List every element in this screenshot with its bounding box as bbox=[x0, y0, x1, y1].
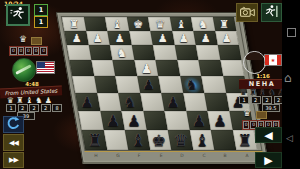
chess-piece-wR[interactable]: ♜ bbox=[219, 18, 229, 31]
count-box: 2 bbox=[29, 104, 39, 112]
previous-move-button[interactable]: ◀ bbox=[255, 127, 282, 143]
board-square[interactable] bbox=[129, 31, 153, 45]
board-square[interactable]: ♜ bbox=[62, 17, 86, 31]
board-square[interactable]: ♞ bbox=[110, 45, 134, 60]
sprint-button[interactable] bbox=[6, 4, 30, 26]
sprint-counter-yellow: 1 bbox=[34, 16, 48, 28]
chess-piece-bR[interactable]: ♜ bbox=[87, 131, 101, 150]
board-square[interactable] bbox=[177, 60, 201, 76]
chess-piece-wP[interactable]: ♟ bbox=[179, 32, 189, 45]
chess-piece-bP[interactable]: ♟ bbox=[213, 112, 226, 130]
chess-piece-bQ[interactable]: ♛ bbox=[173, 131, 187, 150]
file-labels: HGFEDCBA bbox=[85, 151, 264, 159]
left-arrow-icon: ◀ bbox=[264, 129, 272, 142]
chess-piece-wP[interactable]: ♟ bbox=[200, 32, 210, 45]
board-square[interactable]: ♝ bbox=[169, 17, 193, 31]
score-digit: 0 bbox=[25, 47, 32, 55]
count-box: 2 bbox=[251, 96, 261, 104]
board-square[interactable]: ♟ bbox=[75, 93, 100, 111]
board-square[interactable] bbox=[140, 93, 165, 111]
board-square[interactable] bbox=[91, 60, 115, 76]
chess-piece-wR[interactable]: ♜ bbox=[69, 18, 79, 31]
back-icon[interactable]: ◁ bbox=[286, 133, 293, 143]
board-square[interactable] bbox=[174, 45, 198, 60]
video-camera-icon bbox=[239, 5, 256, 21]
board-square[interactable]: ♝ bbox=[105, 17, 129, 31]
recents-icon[interactable] bbox=[287, 28, 296, 37]
score-digit: 0 bbox=[40, 47, 47, 55]
count-box: 2 bbox=[18, 104, 28, 112]
board-square[interactable]: ♜ bbox=[212, 17, 236, 31]
us-flag-icon bbox=[37, 62, 54, 73]
chess-piece-wP[interactable]: ♟ bbox=[71, 32, 81, 45]
board-square[interactable]: ♟ bbox=[64, 31, 88, 45]
sprint-counter-green: 1 bbox=[34, 4, 48, 16]
count-box: 2 bbox=[262, 96, 272, 104]
chess-piece-wB[interactable]: ♝ bbox=[176, 18, 186, 31]
chess-piece-wP[interactable]: ♟ bbox=[141, 61, 152, 76]
chess-piece-bP[interactable]: ♟ bbox=[127, 112, 140, 130]
double-right-arrow-icon: ▶▶ bbox=[9, 156, 18, 164]
chess-piece-bP[interactable]: ♟ bbox=[81, 94, 94, 110]
count-box: 1 bbox=[6, 104, 16, 112]
board-square[interactable] bbox=[201, 76, 225, 93]
board-square[interactable]: ♟ bbox=[137, 76, 161, 93]
board-square[interactable]: ♜ bbox=[232, 130, 257, 150]
next-move-button[interactable]: ▶ bbox=[255, 152, 282, 168]
chess-piece-wN[interactable]: ♞ bbox=[117, 46, 128, 60]
chess-piece-wN[interactable]: ♞ bbox=[198, 18, 208, 31]
left-score-strip: 00000 bbox=[9, 46, 48, 56]
board-square[interactable] bbox=[155, 60, 179, 76]
rewind-to-start-button[interactable]: ◀◀ bbox=[3, 134, 24, 151]
board-square[interactable] bbox=[131, 45, 155, 60]
board-square[interactable] bbox=[183, 93, 208, 111]
chess-piece-bR[interactable]: ♜ bbox=[238, 131, 252, 150]
chess-board: ♜♝♚♛♝♞♜♟♟♟♟♟♟♟♞♟♟♞♟♞♟♟♟♟♟♟♜♝♚♛♝♜ HGFEDCB… bbox=[56, 12, 256, 164]
file-label: H bbox=[85, 152, 107, 159]
board-square[interactable] bbox=[196, 45, 220, 60]
leave-game-button[interactable] bbox=[261, 3, 282, 22]
record-video-button[interactable] bbox=[236, 3, 258, 22]
runner-icon bbox=[10, 6, 26, 24]
double-left-arrow-icon: ◀◀ bbox=[9, 139, 18, 147]
board-square[interactable] bbox=[198, 60, 222, 76]
chess-piece-bP[interactable]: ♟ bbox=[143, 77, 155, 92]
file-label: F bbox=[128, 152, 150, 159]
board-square[interactable] bbox=[94, 76, 118, 93]
right-crown-icon: ♛ bbox=[243, 108, 251, 118]
file-label: B bbox=[214, 152, 236, 159]
board-square[interactable]: ♞ bbox=[118, 93, 143, 111]
board-square[interactable] bbox=[115, 76, 139, 93]
count-box: 2 bbox=[41, 104, 51, 112]
board-square[interactable]: ♟ bbox=[172, 31, 196, 45]
home-icon[interactable]: ⌂ bbox=[284, 72, 292, 84]
chess-piece-bP[interactable]: ♟ bbox=[167, 94, 180, 110]
board-square[interactable] bbox=[67, 45, 91, 60]
board-square[interactable]: ♚ bbox=[126, 17, 150, 31]
right-arrow-icon: ▶ bbox=[264, 154, 272, 167]
chess-piece-bN[interactable]: ♞ bbox=[186, 77, 198, 92]
file-label: C bbox=[193, 152, 215, 159]
score-digit: 0 bbox=[10, 47, 17, 55]
chess-piece-bB[interactable]: ♝ bbox=[130, 131, 144, 150]
board-square[interactable]: ♞ bbox=[191, 17, 215, 31]
board-square[interactable]: ♟ bbox=[161, 93, 186, 111]
runner-exit-icon bbox=[264, 4, 279, 22]
left-crown-value-box bbox=[31, 37, 42, 45]
file-label: G bbox=[107, 152, 129, 159]
chess-piece-bK[interactable]: ♚ bbox=[152, 131, 166, 150]
board-square[interactable] bbox=[69, 60, 93, 76]
board-square[interactable]: ♟ bbox=[107, 31, 131, 45]
chess-piece-wB[interactable]: ♝ bbox=[112, 18, 122, 31]
score-digit: 0 bbox=[243, 121, 249, 129]
chess-piece-wP[interactable]: ♟ bbox=[157, 32, 167, 45]
app-root: ♜♝♚♛♝♞♜♟♟♟♟♟♟♟♞♟♟♞♟♞♟♟♟♟♟♟♜♝♚♛♝♜ HGFEDCB… bbox=[0, 0, 300, 169]
board-frame: ♜♝♚♛♝♞♜♟♟♟♟♟♟♟♞♟♟♞♟♞♟♟♟♟♟♟♜♝♚♛♝♜ HGFEDCB… bbox=[56, 12, 269, 164]
chess-piece-wP[interactable]: ♟ bbox=[222, 32, 232, 45]
undo-button[interactable] bbox=[3, 116, 24, 133]
chess-piece-bB[interactable]: ♝ bbox=[195, 131, 209, 150]
board-square[interactable] bbox=[72, 76, 96, 93]
left-crown-icon: ♛ bbox=[19, 34, 27, 44]
chess-piece-bP[interactable]: ♟ bbox=[106, 112, 119, 130]
chess-piece-wP[interactable]: ♟ bbox=[114, 32, 124, 45]
undo-circular-arrow-icon bbox=[6, 116, 21, 133]
board-square[interactable]: ♟ bbox=[193, 31, 217, 45]
board-square[interactable] bbox=[158, 76, 182, 93]
board-square[interactable]: ♟ bbox=[150, 31, 174, 45]
right-player-avatar[interactable] bbox=[243, 51, 266, 74]
board-square[interactable]: ♛ bbox=[148, 17, 172, 31]
count-box: 1 bbox=[239, 96, 249, 104]
chess-piece-wQ[interactable]: ♛ bbox=[155, 18, 165, 31]
board-square[interactable]: ♟ bbox=[215, 31, 239, 45]
file-label: E bbox=[150, 152, 172, 159]
forward-to-end-button[interactable]: ▶▶ bbox=[3, 152, 24, 168]
board-square[interactable] bbox=[97, 93, 122, 111]
chess-piece-wP[interactable]: ♟ bbox=[93, 32, 103, 45]
count-box: 8 bbox=[52, 104, 62, 112]
board-square[interactable] bbox=[112, 60, 136, 76]
chess-piece-wK[interactable]: ♚ bbox=[133, 18, 143, 31]
board-square[interactable] bbox=[204, 93, 229, 111]
chess-piece-bN[interactable]: ♞ bbox=[124, 94, 137, 110]
left-player-avatar[interactable] bbox=[12, 58, 36, 82]
white-piece-counts: 12228 bbox=[6, 104, 62, 112]
right-crown-value-box bbox=[256, 111, 267, 119]
board-square[interactable] bbox=[217, 45, 241, 60]
board-square[interactable] bbox=[83, 17, 107, 31]
board-square[interactable]: ♞ bbox=[180, 76, 204, 93]
board-square[interactable] bbox=[153, 45, 177, 60]
score-digit: 0 bbox=[33, 47, 40, 55]
board-square[interactable]: ♟ bbox=[134, 60, 158, 76]
chess-piece-bP[interactable]: ♟ bbox=[192, 112, 205, 130]
canada-flag-icon bbox=[265, 55, 281, 65]
score-digit: 0 bbox=[18, 47, 25, 55]
board-grid: ♜♝♚♛♝♞♜♟♟♟♟♟♟♟♞♟♟♞♟♞♟♟♟♟♟♟♜♝♚♛♝♜ bbox=[61, 16, 263, 151]
board-square[interactable] bbox=[88, 45, 112, 60]
board-square[interactable]: ♟ bbox=[86, 31, 110, 45]
file-label: D bbox=[171, 152, 193, 159]
